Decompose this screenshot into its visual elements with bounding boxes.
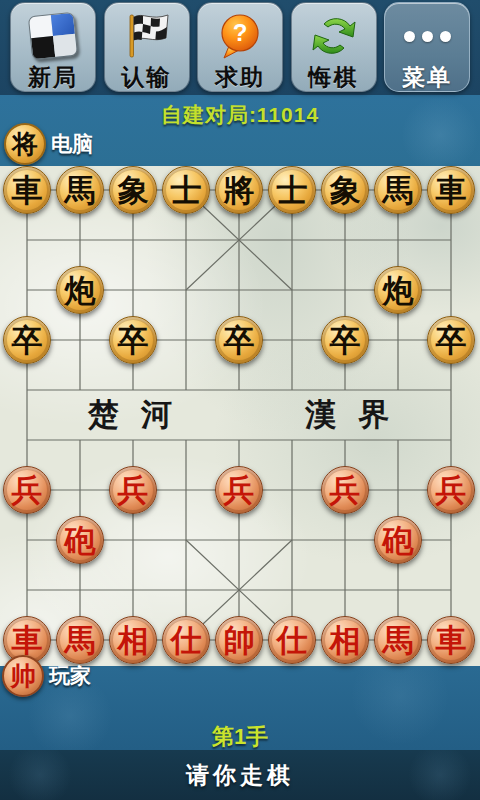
piece-black-車[interactable]: 車 [427, 166, 475, 214]
top-player-name: 电脑 [51, 130, 93, 158]
resign-flag-icon [119, 8, 175, 64]
piece-red-仕[interactable]: 仕 [162, 616, 210, 664]
bottom-player-name: 玩家 [49, 662, 91, 690]
piece-black-卒[interactable]: 卒 [321, 316, 369, 364]
piece-red-仕[interactable]: 仕 [268, 616, 316, 664]
player-bottom: 帅 玩家 [2, 655, 91, 697]
menu-dots-icon [399, 8, 455, 64]
piece-red-砲[interactable]: 砲 [374, 516, 422, 564]
help-button[interactable]: ? 求助 [197, 2, 283, 92]
svg-text:?: ? [233, 19, 248, 46]
new-game-button[interactable]: 新局 [10, 2, 96, 92]
piece-black-士[interactable]: 士 [162, 166, 210, 214]
piece-red-兵[interactable]: 兵 [109, 466, 157, 514]
piece-black-士[interactable]: 士 [268, 166, 316, 214]
piece-black-馬[interactable]: 馬 [374, 166, 422, 214]
piece-red-馬[interactable]: 馬 [374, 616, 422, 664]
xiangqi-app: 新局 认输 [0, 0, 480, 800]
menu-button[interactable]: 菜单 [384, 2, 470, 92]
piece-black-卒[interactable]: 卒 [427, 316, 475, 364]
piece-red-相[interactable]: 相 [321, 616, 369, 664]
move-counter: 第1手 [0, 722, 480, 752]
undo-move-button[interactable]: 悔棋 [291, 2, 377, 92]
piece-red-相[interactable]: 相 [109, 616, 157, 664]
piece-black-卒[interactable]: 卒 [3, 316, 51, 364]
piece-red-兵[interactable]: 兵 [3, 466, 51, 514]
new-game-icon [25, 8, 81, 64]
piece-black-象[interactable]: 象 [321, 166, 369, 214]
piece-red-兵[interactable]: 兵 [215, 466, 263, 514]
player-top: 将 电脑 [4, 123, 93, 165]
new-game-label: 新局 [28, 64, 78, 90]
piece-black-卒[interactable]: 卒 [215, 316, 263, 364]
piece-black-炮[interactable]: 炮 [56, 266, 104, 314]
undo-move-label: 悔棋 [309, 64, 359, 90]
help-bubble-icon: ? [212, 8, 268, 64]
piece-red-兵[interactable]: 兵 [321, 466, 369, 514]
xiangqi-board[interactable]: 楚河 漢界 車馬象士將士象馬車炮炮卒卒卒卒卒兵兵兵兵兵砲砲車馬相仕帥仕相馬車 [0, 166, 480, 666]
piece-black-車[interactable]: 車 [3, 166, 51, 214]
piece-red-砲[interactable]: 砲 [56, 516, 104, 564]
piece-red-帥[interactable]: 帥 [215, 616, 263, 664]
piece-black-炮[interactable]: 炮 [374, 266, 422, 314]
menu-label: 菜单 [402, 64, 452, 90]
piece-red-兵[interactable]: 兵 [427, 466, 475, 514]
river-label-left: 楚河 [88, 394, 194, 436]
toolbar: 新局 认输 [0, 2, 480, 94]
black-general-indicator-icon: 将 [4, 123, 46, 165]
resign-button[interactable]: 认输 [104, 2, 190, 92]
resign-label: 认输 [122, 64, 172, 90]
help-label: 求助 [215, 64, 265, 90]
piece-black-將[interactable]: 將 [215, 166, 263, 214]
undo-arrows-icon [306, 8, 362, 64]
piece-black-卒[interactable]: 卒 [109, 316, 157, 364]
prompt-bar: 请你走棋 [0, 750, 480, 800]
red-general-indicator-icon: 帅 [2, 655, 44, 697]
turn-prompt: 请你走棋 [186, 760, 294, 791]
piece-black-馬[interactable]: 馬 [56, 166, 104, 214]
piece-black-象[interactable]: 象 [109, 166, 157, 214]
piece-red-車[interactable]: 車 [427, 616, 475, 664]
river-label-right: 漢界 [305, 394, 411, 436]
